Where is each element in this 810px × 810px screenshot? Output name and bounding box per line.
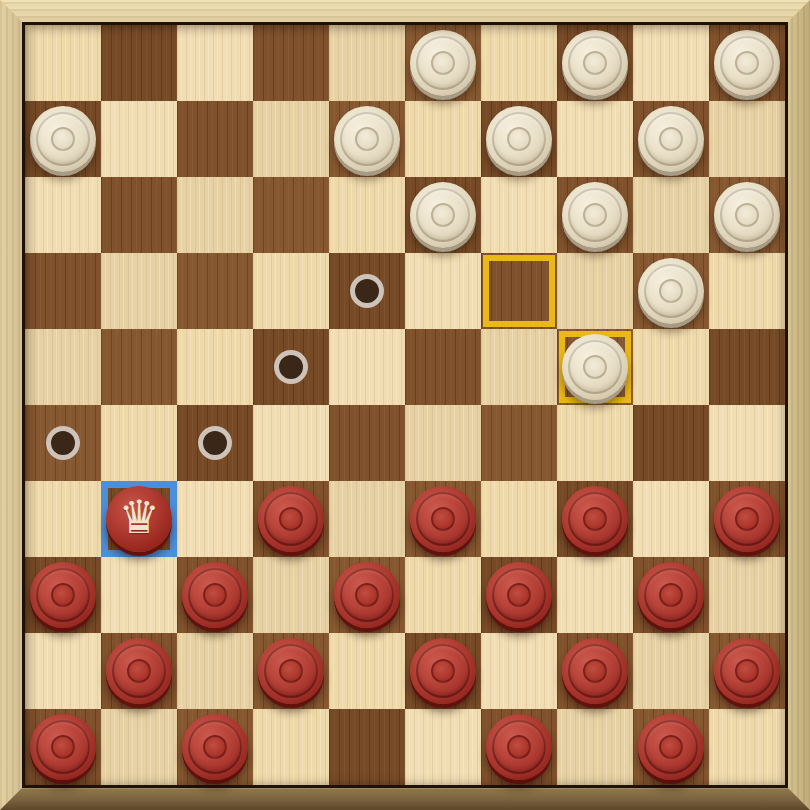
square-r4c2 bbox=[177, 329, 253, 405]
red-man[interactable] bbox=[714, 486, 780, 552]
square-r2c1[interactable] bbox=[101, 177, 177, 253]
square-r2c3[interactable] bbox=[253, 177, 329, 253]
red-man[interactable] bbox=[562, 638, 628, 704]
square-r7c4[interactable] bbox=[329, 557, 405, 633]
square-r3c2[interactable] bbox=[177, 253, 253, 329]
square-r4c4 bbox=[329, 329, 405, 405]
square-r2c2 bbox=[177, 177, 253, 253]
square-r8c2 bbox=[177, 633, 253, 709]
square-r9c7 bbox=[557, 709, 633, 785]
square-r3c8[interactable] bbox=[633, 253, 709, 329]
square-r2c8 bbox=[633, 177, 709, 253]
square-r5c8[interactable] bbox=[633, 405, 709, 481]
square-r5c1 bbox=[101, 405, 177, 481]
square-r1c8[interactable] bbox=[633, 101, 709, 177]
square-r5c9 bbox=[709, 405, 785, 481]
square-r6c1[interactable]: ♛ bbox=[101, 481, 177, 557]
red-man[interactable] bbox=[106, 638, 172, 704]
white-man[interactable] bbox=[714, 182, 780, 248]
square-r0c3[interactable] bbox=[253, 25, 329, 101]
move-hint-dot[interactable] bbox=[46, 426, 80, 460]
red-man[interactable] bbox=[30, 714, 96, 780]
square-r8c8 bbox=[633, 633, 709, 709]
square-r1c0[interactable] bbox=[25, 101, 101, 177]
square-r9c0[interactable] bbox=[25, 709, 101, 785]
square-r8c4 bbox=[329, 633, 405, 709]
square-r4c3[interactable] bbox=[253, 329, 329, 405]
square-r7c0[interactable] bbox=[25, 557, 101, 633]
red-man[interactable] bbox=[714, 638, 780, 704]
last-move-highlight bbox=[483, 255, 555, 327]
square-r2c9[interactable] bbox=[709, 177, 785, 253]
checkers-game: ♛ bbox=[0, 0, 810, 810]
square-r6c0 bbox=[25, 481, 101, 557]
square-r4c6 bbox=[481, 329, 557, 405]
square-r1c9 bbox=[709, 101, 785, 177]
frame-bottom bbox=[0, 785, 810, 810]
board: ♛ bbox=[25, 25, 785, 785]
square-r8c3[interactable] bbox=[253, 633, 329, 709]
square-r8c1[interactable] bbox=[101, 633, 177, 709]
red-man[interactable] bbox=[410, 638, 476, 704]
square-r0c9[interactable] bbox=[709, 25, 785, 101]
red-man[interactable] bbox=[258, 638, 324, 704]
square-r7c1 bbox=[101, 557, 177, 633]
square-r6c5[interactable] bbox=[405, 481, 481, 557]
king-crown-icon: ♛ bbox=[118, 494, 159, 540]
white-man[interactable] bbox=[714, 30, 780, 96]
square-r2c7[interactable] bbox=[557, 177, 633, 253]
square-r3c4[interactable] bbox=[329, 253, 405, 329]
square-r9c6[interactable] bbox=[481, 709, 557, 785]
square-r0c8 bbox=[633, 25, 709, 101]
square-r1c3 bbox=[253, 101, 329, 177]
move-hint-dot[interactable] bbox=[198, 426, 232, 460]
move-hint-dot[interactable] bbox=[274, 350, 308, 384]
square-r6c6 bbox=[481, 481, 557, 557]
square-r3c0[interactable] bbox=[25, 253, 101, 329]
square-r5c5 bbox=[405, 405, 481, 481]
square-r5c3 bbox=[253, 405, 329, 481]
red-man[interactable] bbox=[638, 562, 704, 628]
square-r9c5 bbox=[405, 709, 481, 785]
square-r5c7 bbox=[557, 405, 633, 481]
square-r1c5 bbox=[405, 101, 481, 177]
square-r2c4 bbox=[329, 177, 405, 253]
white-man[interactable] bbox=[638, 258, 704, 324]
square-r7c9 bbox=[709, 557, 785, 633]
red-man[interactable] bbox=[638, 714, 704, 780]
square-r9c4[interactable] bbox=[329, 709, 405, 785]
red-man[interactable] bbox=[334, 562, 400, 628]
red-king[interactable]: ♛ bbox=[106, 486, 172, 552]
square-r4c9[interactable] bbox=[709, 329, 785, 405]
square-r9c2[interactable] bbox=[177, 709, 253, 785]
square-r4c8 bbox=[633, 329, 709, 405]
square-r9c9 bbox=[709, 709, 785, 785]
square-r0c4 bbox=[329, 25, 405, 101]
red-man[interactable] bbox=[258, 486, 324, 552]
square-r8c6 bbox=[481, 633, 557, 709]
frame-top bbox=[0, 0, 810, 25]
white-man[interactable] bbox=[638, 106, 704, 172]
square-r5c4[interactable] bbox=[329, 405, 405, 481]
square-r4c1[interactable] bbox=[101, 329, 177, 405]
square-r6c9[interactable] bbox=[709, 481, 785, 557]
square-r6c7[interactable] bbox=[557, 481, 633, 557]
square-r0c0 bbox=[25, 25, 101, 101]
white-man[interactable] bbox=[410, 30, 476, 96]
square-r0c6 bbox=[481, 25, 557, 101]
square-r4c5[interactable] bbox=[405, 329, 481, 405]
red-man[interactable] bbox=[30, 562, 96, 628]
square-r0c1[interactable] bbox=[101, 25, 177, 101]
square-r3c5 bbox=[405, 253, 481, 329]
square-r3c3 bbox=[253, 253, 329, 329]
red-man[interactable] bbox=[410, 486, 476, 552]
square-r8c9[interactable] bbox=[709, 633, 785, 709]
square-r7c6[interactable] bbox=[481, 557, 557, 633]
square-r7c7 bbox=[557, 557, 633, 633]
square-r2c5[interactable] bbox=[405, 177, 481, 253]
white-man[interactable] bbox=[334, 106, 400, 172]
square-r3c9 bbox=[709, 253, 785, 329]
square-r5c2[interactable] bbox=[177, 405, 253, 481]
white-man[interactable] bbox=[30, 106, 96, 172]
square-r3c7 bbox=[557, 253, 633, 329]
white-man[interactable] bbox=[562, 182, 628, 248]
red-man[interactable] bbox=[182, 714, 248, 780]
square-r4c0 bbox=[25, 329, 101, 405]
square-r4c7[interactable] bbox=[557, 329, 633, 405]
square-r3c6[interactable] bbox=[481, 253, 557, 329]
square-r9c1 bbox=[101, 709, 177, 785]
red-man[interactable] bbox=[182, 562, 248, 628]
square-r8c5[interactable] bbox=[405, 633, 481, 709]
square-r6c3[interactable] bbox=[253, 481, 329, 557]
frame-left bbox=[0, 0, 25, 810]
square-r1c7 bbox=[557, 101, 633, 177]
square-r7c5 bbox=[405, 557, 481, 633]
square-r0c2 bbox=[177, 25, 253, 101]
square-r8c0 bbox=[25, 633, 101, 709]
white-man[interactable] bbox=[562, 30, 628, 96]
square-r5c0[interactable] bbox=[25, 405, 101, 481]
square-r9c8[interactable] bbox=[633, 709, 709, 785]
move-hint-dot[interactable] bbox=[350, 274, 384, 308]
square-r1c1 bbox=[101, 101, 177, 177]
white-man[interactable] bbox=[562, 334, 628, 400]
square-r7c3 bbox=[253, 557, 329, 633]
square-r5c6[interactable] bbox=[481, 405, 557, 481]
square-r8c7[interactable] bbox=[557, 633, 633, 709]
square-r6c8 bbox=[633, 481, 709, 557]
square-r7c2[interactable] bbox=[177, 557, 253, 633]
square-r1c2[interactable] bbox=[177, 101, 253, 177]
square-r6c4 bbox=[329, 481, 405, 557]
square-r3c1 bbox=[101, 253, 177, 329]
red-man[interactable] bbox=[486, 714, 552, 780]
square-r0c7[interactable] bbox=[557, 25, 633, 101]
white-man[interactable] bbox=[486, 106, 552, 172]
square-r7c8[interactable] bbox=[633, 557, 709, 633]
red-man[interactable] bbox=[562, 486, 628, 552]
square-r1c6[interactable] bbox=[481, 101, 557, 177]
red-man[interactable] bbox=[486, 562, 552, 628]
square-r9c3 bbox=[253, 709, 329, 785]
frame-right bbox=[785, 0, 810, 810]
square-r1c4[interactable] bbox=[329, 101, 405, 177]
square-r2c0 bbox=[25, 177, 101, 253]
square-r2c6 bbox=[481, 177, 557, 253]
square-r6c2 bbox=[177, 481, 253, 557]
white-man[interactable] bbox=[410, 182, 476, 248]
square-r0c5[interactable] bbox=[405, 25, 481, 101]
